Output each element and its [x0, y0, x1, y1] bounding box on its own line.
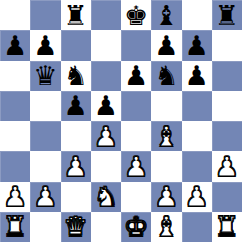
- square-c8[interactable]: ♜: [61, 0, 91, 30]
- square-d1[interactable]: [91, 212, 121, 242]
- black-king[interactable]: ♚: [124, 2, 148, 29]
- square-e3[interactable]: ♟: [121, 151, 151, 181]
- white-pawn[interactable]: ♟: [64, 153, 88, 180]
- white-pawn[interactable]: ♟: [185, 183, 209, 210]
- square-d8[interactable]: [91, 0, 121, 30]
- square-a6[interactable]: [0, 61, 30, 91]
- square-f6[interactable]: ♞: [151, 61, 181, 91]
- white-pawn[interactable]: ♟: [3, 183, 27, 210]
- white-queen[interactable]: ♛: [64, 213, 88, 240]
- square-f7[interactable]: ♟: [151, 30, 181, 60]
- square-h6[interactable]: [212, 61, 242, 91]
- white-pawn[interactable]: ♟: [124, 153, 148, 180]
- square-e8[interactable]: ♚: [121, 0, 151, 30]
- square-a3[interactable]: [0, 151, 30, 181]
- square-b4[interactable]: [30, 121, 60, 151]
- square-b1[interactable]: [30, 212, 60, 242]
- square-e4[interactable]: [121, 121, 151, 151]
- square-g6[interactable]: ♟: [182, 61, 212, 91]
- square-c1[interactable]: ♛: [61, 212, 91, 242]
- square-d3[interactable]: [91, 151, 121, 181]
- square-g7[interactable]: ♟: [182, 30, 212, 60]
- square-b2[interactable]: ♟: [30, 182, 60, 212]
- square-g3[interactable]: [182, 151, 212, 181]
- square-g1[interactable]: [182, 212, 212, 242]
- black-knight[interactable]: ♞: [154, 62, 178, 89]
- black-pawn[interactable]: ♟: [64, 92, 88, 119]
- square-b7[interactable]: ♟: [30, 30, 60, 60]
- square-c4[interactable]: [61, 121, 91, 151]
- square-e6[interactable]: ♟: [121, 61, 151, 91]
- black-pawn[interactable]: ♟: [94, 92, 118, 119]
- square-h3[interactable]: ♟: [212, 151, 242, 181]
- square-e5[interactable]: [121, 91, 151, 121]
- white-pawn[interactable]: ♟: [215, 153, 239, 180]
- square-f4[interactable]: ♝: [151, 121, 181, 151]
- square-f1[interactable]: ♝: [151, 212, 181, 242]
- square-f8[interactable]: ♝: [151, 0, 181, 30]
- square-g4[interactable]: [182, 121, 212, 151]
- square-a8[interactable]: [0, 0, 30, 30]
- square-e2[interactable]: [121, 182, 151, 212]
- white-pawn[interactable]: ♟: [154, 183, 178, 210]
- square-a7[interactable]: ♟: [0, 30, 30, 60]
- square-a1[interactable]: ♜: [0, 212, 30, 242]
- square-e7[interactable]: [121, 30, 151, 60]
- square-a4[interactable]: [0, 121, 30, 151]
- square-b3[interactable]: [30, 151, 60, 181]
- black-pawn[interactable]: ♟: [185, 62, 209, 89]
- square-d6[interactable]: [91, 61, 121, 91]
- chess-board: ♜♚♝♜♟♟♟♟♛♞♟♞♟♟♟♟♝♟♟♟♟♟♞♟♟♜♛♚♝♜: [0, 0, 242, 242]
- black-pawn[interactable]: ♟: [124, 62, 148, 89]
- square-e1[interactable]: ♚: [121, 212, 151, 242]
- white-rook[interactable]: ♜: [3, 213, 27, 240]
- square-b6[interactable]: ♛: [30, 61, 60, 91]
- square-g8[interactable]: [182, 0, 212, 30]
- black-rook[interactable]: ♜: [64, 2, 88, 29]
- square-f2[interactable]: ♟: [151, 182, 181, 212]
- square-d2[interactable]: ♞: [91, 182, 121, 212]
- square-c6[interactable]: ♞: [61, 61, 91, 91]
- white-king[interactable]: ♚: [124, 213, 148, 240]
- square-f3[interactable]: [151, 151, 181, 181]
- square-h7[interactable]: [212, 30, 242, 60]
- black-queen[interactable]: ♛: [33, 62, 57, 89]
- black-knight[interactable]: ♞: [64, 62, 88, 89]
- black-pawn[interactable]: ♟: [33, 32, 57, 59]
- white-bishop[interactable]: ♝: [154, 123, 178, 150]
- square-h5[interactable]: [212, 91, 242, 121]
- square-b8[interactable]: [30, 0, 60, 30]
- square-c7[interactable]: [61, 30, 91, 60]
- white-bishop[interactable]: ♝: [154, 213, 178, 240]
- square-h8[interactable]: ♜: [212, 0, 242, 30]
- square-g5[interactable]: [182, 91, 212, 121]
- square-d4[interactable]: ♟: [91, 121, 121, 151]
- black-pawn[interactable]: ♟: [154, 32, 178, 59]
- square-b5[interactable]: [30, 91, 60, 121]
- white-knight[interactable]: ♞: [94, 183, 118, 210]
- black-bishop[interactable]: ♝: [154, 2, 178, 29]
- black-rook[interactable]: ♜: [215, 2, 239, 29]
- square-d7[interactable]: [91, 30, 121, 60]
- square-h2[interactable]: [212, 182, 242, 212]
- black-pawn[interactable]: ♟: [3, 32, 27, 59]
- square-h4[interactable]: [212, 121, 242, 151]
- square-h1[interactable]: ♜: [212, 212, 242, 242]
- square-c5[interactable]: ♟: [61, 91, 91, 121]
- square-a5[interactable]: [0, 91, 30, 121]
- square-g2[interactable]: ♟: [182, 182, 212, 212]
- square-a2[interactable]: ♟: [0, 182, 30, 212]
- square-c2[interactable]: [61, 182, 91, 212]
- white-pawn[interactable]: ♟: [33, 183, 57, 210]
- square-f5[interactable]: [151, 91, 181, 121]
- black-pawn[interactable]: ♟: [185, 32, 209, 59]
- square-c3[interactable]: ♟: [61, 151, 91, 181]
- white-pawn[interactable]: ♟: [94, 123, 118, 150]
- square-d5[interactable]: ♟: [91, 91, 121, 121]
- white-rook[interactable]: ♜: [215, 213, 239, 240]
